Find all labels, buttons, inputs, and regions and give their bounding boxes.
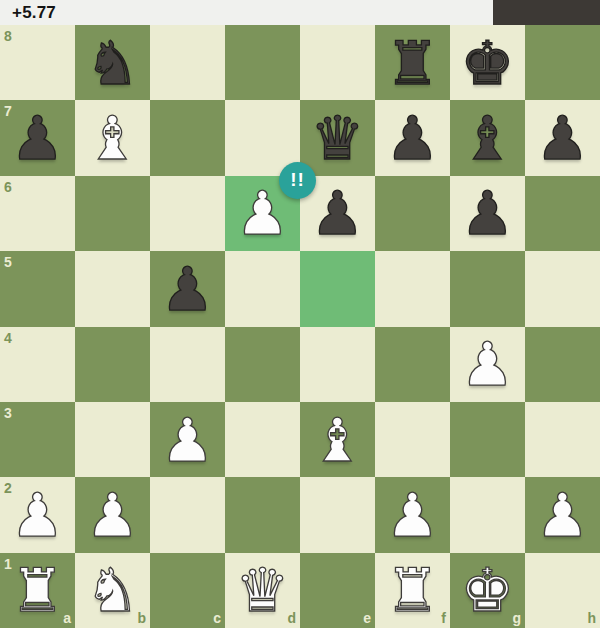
square-d8[interactable]	[225, 25, 300, 100]
white-pawn[interactable]: ♟	[0, 477, 75, 552]
black-bishop[interactable]: ♝	[450, 100, 525, 175]
black-pawn[interactable]: ♟	[150, 251, 225, 326]
chess-board: 8♞♜♚7♟♝♛♟♝♟6♟!!♟♟5♟4♟3♟♝2♟♟♟♟1a♜b♞cd♛ef♜…	[0, 25, 600, 628]
square-f1[interactable]: f♜	[375, 553, 450, 628]
brilliant-move-badge: !!	[279, 162, 316, 199]
square-e3[interactable]: ♝	[300, 402, 375, 477]
square-g4[interactable]: ♟	[450, 327, 525, 402]
square-g2[interactable]	[450, 477, 525, 552]
square-a8[interactable]: 8	[0, 25, 75, 100]
square-d6[interactable]: ♟!!	[225, 176, 300, 251]
square-c3[interactable]: ♟	[150, 402, 225, 477]
white-bishop[interactable]: ♝	[300, 402, 375, 477]
square-b5[interactable]	[75, 251, 150, 326]
square-f2[interactable]: ♟	[375, 477, 450, 552]
square-h4[interactable]	[525, 327, 600, 402]
square-g8[interactable]: ♚	[450, 25, 525, 100]
evaluation-bar-black-segment	[493, 0, 600, 25]
square-g1[interactable]: g♚	[450, 553, 525, 628]
white-queen[interactable]: ♛	[225, 553, 300, 628]
square-b6[interactable]	[75, 176, 150, 251]
square-b1[interactable]: b♞	[75, 553, 150, 628]
square-a7[interactable]: 7♟	[0, 100, 75, 175]
black-queen[interactable]: ♛	[300, 100, 375, 175]
square-c4[interactable]	[150, 327, 225, 402]
square-c7[interactable]	[150, 100, 225, 175]
square-h8[interactable]	[525, 25, 600, 100]
black-king[interactable]: ♚	[450, 25, 525, 100]
black-pawn[interactable]: ♟	[450, 176, 525, 251]
square-b2[interactable]: ♟	[75, 477, 150, 552]
square-g3[interactable]	[450, 402, 525, 477]
rank-label-4: 4	[4, 331, 12, 345]
square-a4[interactable]: 4	[0, 327, 75, 402]
square-c6[interactable]	[150, 176, 225, 251]
square-d2[interactable]	[225, 477, 300, 552]
square-c1[interactable]: c	[150, 553, 225, 628]
square-f8[interactable]: ♜	[375, 25, 450, 100]
square-c8[interactable]	[150, 25, 225, 100]
black-rook[interactable]: ♜	[375, 25, 450, 100]
file-label-e: e	[363, 611, 371, 625]
square-g7[interactable]: ♝	[450, 100, 525, 175]
white-rook[interactable]: ♜	[0, 553, 75, 628]
black-knight[interactable]: ♞	[75, 25, 150, 100]
black-pawn[interactable]: ♟	[375, 100, 450, 175]
square-h1[interactable]: h	[525, 553, 600, 628]
white-pawn[interactable]: ♟	[450, 327, 525, 402]
white-bishop[interactable]: ♝	[75, 100, 150, 175]
square-e5[interactable]	[300, 251, 375, 326]
square-c5[interactable]: ♟	[150, 251, 225, 326]
square-h2[interactable]: ♟	[525, 477, 600, 552]
square-a5[interactable]: 5	[0, 251, 75, 326]
square-h5[interactable]	[525, 251, 600, 326]
square-d3[interactable]	[225, 402, 300, 477]
square-b8[interactable]: ♞	[75, 25, 150, 100]
evaluation-bar: +5.77	[0, 0, 600, 25]
square-f4[interactable]	[375, 327, 450, 402]
white-rook[interactable]: ♜	[375, 553, 450, 628]
black-pawn[interactable]: ♟	[525, 100, 600, 175]
square-a2[interactable]: 2♟	[0, 477, 75, 552]
square-e8[interactable]	[300, 25, 375, 100]
square-g5[interactable]	[450, 251, 525, 326]
square-f6[interactable]	[375, 176, 450, 251]
rank-label-8: 8	[4, 29, 12, 43]
square-e4[interactable]	[300, 327, 375, 402]
square-f5[interactable]	[375, 251, 450, 326]
square-h3[interactable]	[525, 402, 600, 477]
square-a6[interactable]: 6	[0, 176, 75, 251]
square-h7[interactable]: ♟	[525, 100, 600, 175]
square-e1[interactable]: e	[300, 553, 375, 628]
rank-label-6: 6	[4, 180, 12, 194]
square-a3[interactable]: 3	[0, 402, 75, 477]
square-c2[interactable]	[150, 477, 225, 552]
evaluation-score: +5.77	[0, 3, 56, 23]
square-a1[interactable]: 1a♜	[0, 553, 75, 628]
square-e2[interactable]	[300, 477, 375, 552]
chess-app: +5.77 8♞♜♚7♟♝♛♟♝♟6♟!!♟♟5♟4♟3♟♝2♟♟♟♟1a♜b♞…	[0, 0, 600, 628]
white-knight[interactable]: ♞	[75, 553, 150, 628]
square-g6[interactable]: ♟	[450, 176, 525, 251]
square-d5[interactable]	[225, 251, 300, 326]
square-e7[interactable]: ♛	[300, 100, 375, 175]
square-b4[interactable]	[75, 327, 150, 402]
square-d1[interactable]: d♛	[225, 553, 300, 628]
white-pawn[interactable]: ♟	[75, 477, 150, 552]
rank-label-3: 3	[4, 406, 12, 420]
square-b3[interactable]	[75, 402, 150, 477]
black-pawn[interactable]: ♟	[0, 100, 75, 175]
white-pawn[interactable]: ♟	[150, 402, 225, 477]
rank-label-5: 5	[4, 255, 12, 269]
file-label-c: c	[213, 611, 221, 625]
square-h6[interactable]	[525, 176, 600, 251]
square-f3[interactable]	[375, 402, 450, 477]
white-pawn[interactable]: ♟	[525, 477, 600, 552]
square-f7[interactable]: ♟	[375, 100, 450, 175]
file-label-h: h	[587, 611, 596, 625]
square-d4[interactable]	[225, 327, 300, 402]
white-pawn[interactable]: ♟	[375, 477, 450, 552]
white-king[interactable]: ♚	[450, 553, 525, 628]
square-b7[interactable]: ♝	[75, 100, 150, 175]
